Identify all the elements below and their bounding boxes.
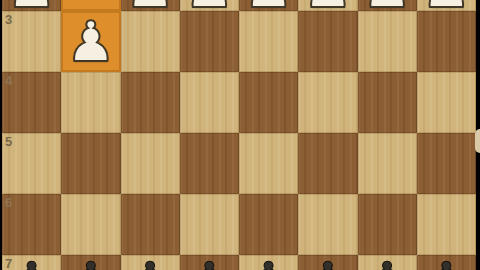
square-f5[interactable] (121, 133, 180, 194)
square-d7[interactable]: ♟ (239, 255, 298, 270)
rank-label-4: 4 (5, 73, 12, 88)
square-c3[interactable] (298, 11, 357, 72)
square-e2[interactable]: ♟ (180, 0, 239, 11)
screen-edge-notch (475, 129, 480, 153)
square-b2[interactable]: ♟ (358, 0, 417, 11)
square-g3[interactable]: ♟ (61, 11, 120, 72)
black-pawn-a7[interactable]: ♟ (421, 255, 471, 270)
square-b4[interactable] (358, 72, 417, 133)
square-a2[interactable]: ♟ (417, 0, 476, 11)
square-e4[interactable] (180, 72, 239, 133)
square-a6[interactable] (417, 194, 476, 255)
square-f6[interactable] (121, 194, 180, 255)
square-e6[interactable] (180, 194, 239, 255)
square-a7[interactable]: ♟ (417, 255, 476, 270)
app-screen: ♟♟♟♟♟♟♟3♟4567♟♟♟♟♟♟♟♟ (0, 0, 480, 270)
square-f2[interactable]: ♟ (121, 0, 180, 11)
black-pawn-c7[interactable]: ♟ (303, 255, 353, 270)
square-d2[interactable]: ♟ (239, 0, 298, 11)
square-d5[interactable] (239, 133, 298, 194)
square-b3[interactable] (358, 11, 417, 72)
square-g5[interactable] (61, 133, 120, 194)
square-h3[interactable]: 3 (2, 11, 61, 72)
square-a5[interactable] (417, 133, 476, 194)
black-pawn-g7[interactable]: ♟ (66, 255, 116, 270)
square-g4[interactable] (61, 72, 120, 133)
square-f3[interactable] (121, 11, 180, 72)
square-d3[interactable] (239, 11, 298, 72)
square-c5[interactable] (298, 133, 357, 194)
rank-label-3: 3 (5, 12, 12, 27)
rank-label-6: 6 (5, 195, 12, 210)
square-g7[interactable]: ♟ (61, 255, 120, 270)
black-pawn-h7[interactable]: ♟ (7, 255, 57, 270)
square-f4[interactable] (121, 72, 180, 133)
square-e5[interactable] (180, 133, 239, 194)
rank-label-7: 7 (5, 256, 12, 270)
square-b5[interactable] (358, 133, 417, 194)
square-h4[interactable]: 4 (2, 72, 61, 133)
square-b7[interactable]: ♟ (358, 255, 417, 270)
square-c4[interactable] (298, 72, 357, 133)
black-pawn-e7[interactable]: ♟ (184, 255, 234, 270)
black-pawn-d7[interactable]: ♟ (244, 255, 294, 270)
square-c2[interactable]: ♟ (298, 0, 357, 11)
square-h7[interactable]: 7♟ (2, 255, 61, 270)
square-g6[interactable] (61, 194, 120, 255)
square-d4[interactable] (239, 72, 298, 133)
black-pawn-b7[interactable]: ♟ (362, 255, 412, 270)
square-c7[interactable]: ♟ (298, 255, 357, 270)
white-pawn-g3[interactable]: ♟ (66, 14, 116, 70)
square-c6[interactable] (298, 194, 357, 255)
rank-label-5: 5 (5, 134, 12, 149)
square-d6[interactable] (239, 194, 298, 255)
square-h5[interactable]: 5 (2, 133, 61, 194)
square-e3[interactable] (180, 11, 239, 72)
square-e7[interactable]: ♟ (180, 255, 239, 270)
square-h6[interactable]: 6 (2, 194, 61, 255)
square-a4[interactable] (417, 72, 476, 133)
black-pawn-f7[interactable]: ♟ (125, 255, 175, 270)
square-h2[interactable]: ♟ (2, 0, 61, 11)
square-a3[interactable] (417, 11, 476, 72)
chess-board: ♟♟♟♟♟♟♟3♟4567♟♟♟♟♟♟♟♟ (2, 0, 476, 270)
square-f7[interactable]: ♟ (121, 255, 180, 270)
letterbox-left (0, 0, 2, 270)
square-b6[interactable] (358, 194, 417, 255)
